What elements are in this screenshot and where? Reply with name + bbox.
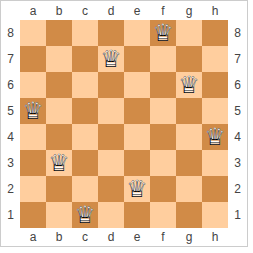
file-label-g-bottom: g bbox=[176, 228, 202, 246]
square-b1[interactable] bbox=[46, 202, 72, 228]
square-g5[interactable] bbox=[176, 98, 202, 124]
square-f6[interactable] bbox=[150, 72, 176, 98]
square-d6[interactable] bbox=[98, 72, 124, 98]
file-label-a-bottom: a bbox=[20, 228, 46, 246]
square-d4[interactable] bbox=[98, 124, 124, 150]
square-e8[interactable] bbox=[124, 20, 150, 46]
square-f3[interactable] bbox=[150, 150, 176, 176]
rank-label-1-left: 1 bbox=[1, 202, 20, 228]
square-c4[interactable] bbox=[72, 124, 98, 150]
file-label-b-bottom: b bbox=[46, 228, 72, 246]
chessboard-frame: abcdefgh8♛♕87♛♕76♛♕65♛♕54♛♕43♛♕32♛♕21♛♕1… bbox=[0, 0, 248, 247]
square-e5[interactable] bbox=[124, 98, 150, 124]
board-corner-spacer bbox=[228, 1, 247, 20]
file-label-f-bottom: f bbox=[150, 228, 176, 246]
square-a3[interactable] bbox=[20, 150, 46, 176]
rank-label-2-left: 2 bbox=[1, 176, 20, 202]
square-d3[interactable] bbox=[98, 150, 124, 176]
white-queen-outline-glyph: ♕ bbox=[176, 72, 202, 98]
white-queen[interactable]: ♛♕ bbox=[124, 176, 150, 202]
square-g2[interactable] bbox=[176, 176, 202, 202]
square-f2[interactable] bbox=[150, 176, 176, 202]
square-a5[interactable]: ♛♕ bbox=[20, 98, 46, 124]
square-c8[interactable] bbox=[72, 20, 98, 46]
square-b6[interactable] bbox=[46, 72, 72, 98]
rank-label-7-right: 7 bbox=[228, 46, 247, 72]
square-d5[interactable] bbox=[98, 98, 124, 124]
white-queen[interactable]: ♛♕ bbox=[46, 150, 72, 176]
file-label-d-bottom: d bbox=[98, 228, 124, 246]
square-g1[interactable] bbox=[176, 202, 202, 228]
square-a6[interactable] bbox=[20, 72, 46, 98]
square-g3[interactable] bbox=[176, 150, 202, 176]
square-b4[interactable] bbox=[46, 124, 72, 150]
white-queen[interactable]: ♛♕ bbox=[202, 124, 228, 150]
square-b2[interactable] bbox=[46, 176, 72, 202]
square-g7[interactable] bbox=[176, 46, 202, 72]
square-c5[interactable] bbox=[72, 98, 98, 124]
square-b7[interactable] bbox=[46, 46, 72, 72]
board-corner-spacer bbox=[228, 228, 247, 246]
square-c6[interactable] bbox=[72, 72, 98, 98]
board-corner-spacer bbox=[1, 1, 20, 20]
square-a7[interactable] bbox=[20, 46, 46, 72]
white-queen-outline-glyph: ♕ bbox=[150, 20, 176, 46]
file-label-g-top: g bbox=[176, 1, 202, 20]
square-e1[interactable] bbox=[124, 202, 150, 228]
square-g8[interactable] bbox=[176, 20, 202, 46]
file-label-b-top: b bbox=[46, 1, 72, 20]
rank-label-6-right: 6 bbox=[228, 72, 247, 98]
rank-label-4-left: 4 bbox=[1, 124, 20, 150]
rank-label-3-left: 3 bbox=[1, 150, 20, 176]
file-label-h-bottom: h bbox=[202, 228, 228, 246]
square-e3[interactable] bbox=[124, 150, 150, 176]
square-e4[interactable] bbox=[124, 124, 150, 150]
square-h2[interactable] bbox=[202, 176, 228, 202]
file-label-e-top: e bbox=[124, 1, 150, 20]
rank-label-8-right: 8 bbox=[228, 20, 247, 46]
rank-label-5-left: 5 bbox=[1, 98, 20, 124]
square-c1[interactable]: ♛♕ bbox=[72, 202, 98, 228]
square-g6[interactable]: ♛♕ bbox=[176, 72, 202, 98]
square-d8[interactable] bbox=[98, 20, 124, 46]
square-f5[interactable] bbox=[150, 98, 176, 124]
square-c2[interactable] bbox=[72, 176, 98, 202]
white-queen[interactable]: ♛♕ bbox=[150, 20, 176, 46]
square-f1[interactable] bbox=[150, 202, 176, 228]
file-label-f-top: f bbox=[150, 1, 176, 20]
square-h3[interactable] bbox=[202, 150, 228, 176]
square-d1[interactable] bbox=[98, 202, 124, 228]
square-a4[interactable] bbox=[20, 124, 46, 150]
white-queen-outline-glyph: ♕ bbox=[202, 124, 228, 150]
square-h4[interactable]: ♛♕ bbox=[202, 124, 228, 150]
square-h5[interactable] bbox=[202, 98, 228, 124]
file-label-c-top: c bbox=[72, 1, 98, 20]
square-b3[interactable]: ♛♕ bbox=[46, 150, 72, 176]
square-f7[interactable] bbox=[150, 46, 176, 72]
board-corner-spacer bbox=[1, 228, 20, 246]
rank-label-6-left: 6 bbox=[1, 72, 20, 98]
square-e7[interactable] bbox=[124, 46, 150, 72]
white-queen[interactable]: ♛♕ bbox=[176, 72, 202, 98]
square-a1[interactable] bbox=[20, 202, 46, 228]
chessboard: abcdefgh8♛♕87♛♕76♛♕65♛♕54♛♕43♛♕32♛♕21♛♕1… bbox=[1, 1, 247, 246]
square-a2[interactable] bbox=[20, 176, 46, 202]
file-label-h-top: h bbox=[202, 1, 228, 20]
rank-label-3-right: 3 bbox=[228, 150, 247, 176]
white-queen-outline-glyph: ♕ bbox=[98, 46, 124, 72]
rank-label-8-left: 8 bbox=[1, 20, 20, 46]
rank-label-1-right: 1 bbox=[228, 202, 247, 228]
square-e2[interactable]: ♛♕ bbox=[124, 176, 150, 202]
white-queen-outline-glyph: ♕ bbox=[20, 98, 46, 124]
square-c3[interactable] bbox=[72, 150, 98, 176]
white-queen-outline-glyph: ♕ bbox=[72, 202, 98, 228]
rank-label-2-right: 2 bbox=[228, 176, 247, 202]
rank-label-7-left: 7 bbox=[1, 46, 20, 72]
square-d7[interactable]: ♛♕ bbox=[98, 46, 124, 72]
square-h7[interactable] bbox=[202, 46, 228, 72]
white-queen-outline-glyph: ♕ bbox=[124, 176, 150, 202]
square-g4[interactable] bbox=[176, 124, 202, 150]
square-f8[interactable]: ♛♕ bbox=[150, 20, 176, 46]
square-b5[interactable] bbox=[46, 98, 72, 124]
white-queen[interactable]: ♛♕ bbox=[98, 46, 124, 72]
file-label-e-bottom: e bbox=[124, 228, 150, 246]
white-queen[interactable]: ♛♕ bbox=[72, 202, 98, 228]
white-queen[interactable]: ♛♕ bbox=[20, 98, 46, 124]
square-f4[interactable] bbox=[150, 124, 176, 150]
file-label-d-top: d bbox=[98, 1, 124, 20]
square-h8[interactable] bbox=[202, 20, 228, 46]
square-h6[interactable] bbox=[202, 72, 228, 98]
square-a8[interactable] bbox=[20, 20, 46, 46]
square-c7[interactable] bbox=[72, 46, 98, 72]
square-d2[interactable] bbox=[98, 176, 124, 202]
rank-label-5-right: 5 bbox=[228, 98, 247, 124]
file-label-a-top: a bbox=[20, 1, 46, 20]
white-queen-outline-glyph: ♕ bbox=[46, 150, 72, 176]
square-e6[interactable] bbox=[124, 72, 150, 98]
rank-label-4-right: 4 bbox=[228, 124, 247, 150]
file-label-c-bottom: c bbox=[72, 228, 98, 246]
square-b8[interactable] bbox=[46, 20, 72, 46]
square-h1[interactable] bbox=[202, 202, 228, 228]
